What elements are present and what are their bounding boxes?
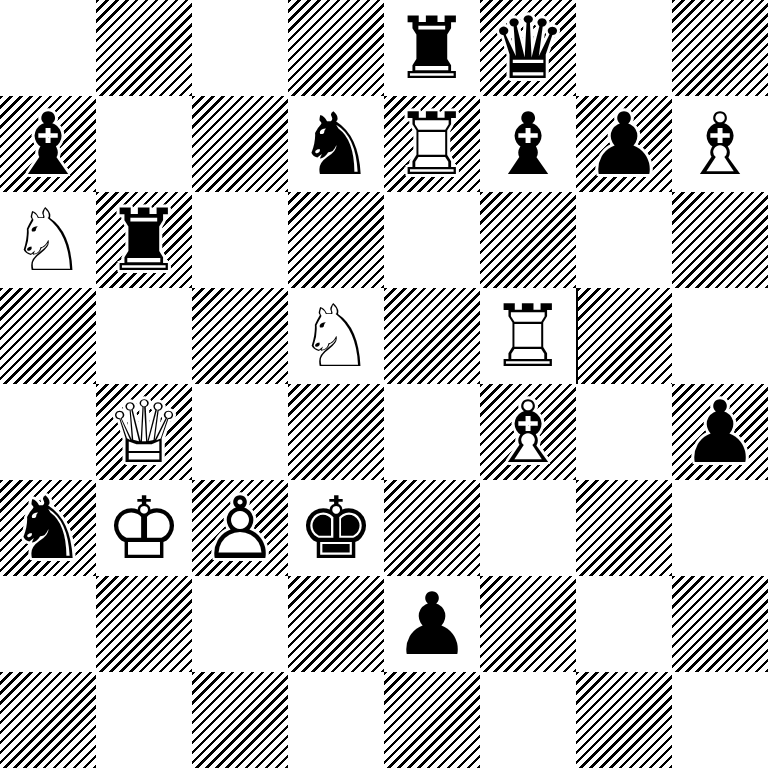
black-bishop[interactable]: ♝♝ [0, 96, 96, 192]
square-f2[interactable] [480, 576, 576, 672]
white-bishop[interactable]: ♝♗ [480, 384, 576, 480]
square-e3[interactable] [384, 480, 480, 576]
square-h2[interactable] [672, 576, 768, 672]
black-rook[interactable]: ♜♜ [96, 192, 192, 288]
white-rook[interactable]: ♜♖ [384, 96, 480, 192]
black-knight[interactable]: ♞♞ [288, 96, 384, 192]
black-knight-icon: ♞ [288, 96, 384, 192]
chess-board: ♜♜♛♛♝♝♞♞♜♖♝♝♟♟♝♗♞♘♜♜♞♘♜♖♛♕♝♗♟♟♞♞♚♔♟♙♚♚♟♟ [0, 0, 768, 768]
square-e6[interactable] [384, 192, 480, 288]
square-a2[interactable] [0, 576, 96, 672]
square-g4[interactable] [576, 384, 672, 480]
black-pawn-icon: ♟ [384, 576, 480, 672]
black-pawn-icon: ♟ [576, 96, 672, 192]
white-knight-icon: ♘ [288, 288, 384, 384]
square-d6[interactable] [288, 192, 384, 288]
square-e8[interactable]: ♜♜ [384, 0, 480, 96]
black-bishop[interactable]: ♝♝ [480, 96, 576, 192]
square-g1[interactable] [576, 672, 672, 768]
square-h8[interactable] [672, 0, 768, 96]
square-h7[interactable]: ♝♗ [672, 96, 768, 192]
square-e2[interactable]: ♟♟ [384, 576, 480, 672]
white-king[interactable]: ♚♔ [96, 480, 192, 576]
black-queen-icon: ♛ [480, 0, 576, 96]
black-bishop-icon: ♝ [480, 96, 576, 192]
square-d2[interactable] [288, 576, 384, 672]
square-d8[interactable] [288, 0, 384, 96]
black-pawn[interactable]: ♟♟ [576, 96, 672, 192]
black-rook-icon: ♜ [96, 192, 192, 288]
square-a4[interactable] [0, 384, 96, 480]
white-pawn-icon: ♙ [192, 480, 288, 576]
square-d7[interactable]: ♞♞ [288, 96, 384, 192]
square-a8[interactable] [0, 0, 96, 96]
square-b3[interactable]: ♚♔ [96, 480, 192, 576]
black-king[interactable]: ♚♚ [288, 480, 384, 576]
square-d5[interactable]: ♞♘ [288, 288, 384, 384]
square-e1[interactable] [384, 672, 480, 768]
black-knight-icon: ♞ [0, 480, 96, 576]
black-pawn[interactable]: ♟♟ [384, 576, 480, 672]
square-a7[interactable]: ♝♝ [0, 96, 96, 192]
square-h6[interactable] [672, 192, 768, 288]
square-g6[interactable] [576, 192, 672, 288]
square-b6[interactable]: ♜♜ [96, 192, 192, 288]
square-b8[interactable] [96, 0, 192, 96]
square-f7[interactable]: ♝♝ [480, 96, 576, 192]
square-a3[interactable]: ♞♞ [0, 480, 96, 576]
square-a6[interactable]: ♞♘ [0, 192, 96, 288]
white-rook-icon: ♖ [384, 96, 480, 192]
black-rook-icon: ♜ [384, 0, 480, 96]
square-d4[interactable] [288, 384, 384, 480]
white-pawn[interactable]: ♟♙ [192, 480, 288, 576]
white-bishop[interactable]: ♝♗ [672, 96, 768, 192]
square-b2[interactable] [96, 576, 192, 672]
white-knight[interactable]: ♞♘ [0, 192, 96, 288]
white-queen[interactable]: ♛♕ [96, 384, 192, 480]
square-b1[interactable] [96, 672, 192, 768]
white-rook-icon: ♖ [480, 288, 576, 384]
square-g2[interactable] [576, 576, 672, 672]
white-king-icon: ♔ [96, 480, 192, 576]
square-b5[interactable] [96, 288, 192, 384]
square-e5[interactable] [384, 288, 480, 384]
square-h4[interactable]: ♟♟ [672, 384, 768, 480]
square-f4[interactable]: ♝♗ [480, 384, 576, 480]
square-f3[interactable] [480, 480, 576, 576]
white-knight-icon: ♘ [0, 192, 96, 288]
square-c7[interactable] [192, 96, 288, 192]
white-queen-icon: ♕ [96, 384, 192, 480]
square-f6[interactable] [480, 192, 576, 288]
square-h1[interactable] [672, 672, 768, 768]
square-f8[interactable]: ♛♛ [480, 0, 576, 96]
square-c5[interactable] [192, 288, 288, 384]
square-a1[interactable] [0, 672, 96, 768]
square-f1[interactable] [480, 672, 576, 768]
square-g3[interactable] [576, 480, 672, 576]
square-e7[interactable]: ♜♖ [384, 96, 480, 192]
square-d1[interactable] [288, 672, 384, 768]
square-a5[interactable] [0, 288, 96, 384]
square-d3[interactable]: ♚♚ [288, 480, 384, 576]
square-b7[interactable] [96, 96, 192, 192]
black-king-icon: ♚ [288, 480, 384, 576]
square-c6[interactable] [192, 192, 288, 288]
square-h3[interactable] [672, 480, 768, 576]
black-rook[interactable]: ♜♜ [384, 0, 480, 96]
black-queen[interactable]: ♛♛ [480, 0, 576, 96]
square-c4[interactable] [192, 384, 288, 480]
square-h5[interactable] [672, 288, 768, 384]
black-knight[interactable]: ♞♞ [0, 480, 96, 576]
white-rook[interactable]: ♜♖ [480, 288, 576, 384]
square-g5[interactable] [576, 288, 672, 384]
white-bishop-icon: ♗ [480, 384, 576, 480]
white-knight[interactable]: ♞♘ [288, 288, 384, 384]
square-e4[interactable] [384, 384, 480, 480]
square-c2[interactable] [192, 576, 288, 672]
black-bishop-icon: ♝ [0, 96, 96, 192]
square-g8[interactable] [576, 0, 672, 96]
square-g7[interactable]: ♟♟ [576, 96, 672, 192]
square-b4[interactable]: ♛♕ [96, 384, 192, 480]
black-pawn-icon: ♟ [672, 384, 768, 480]
square-c1[interactable] [192, 672, 288, 768]
white-bishop-icon: ♗ [672, 96, 768, 192]
black-pawn[interactable]: ♟♟ [672, 384, 768, 480]
square-c8[interactable] [192, 0, 288, 96]
square-f5[interactable]: ♜♖ [480, 288, 576, 384]
square-c3[interactable]: ♟♙ [192, 480, 288, 576]
